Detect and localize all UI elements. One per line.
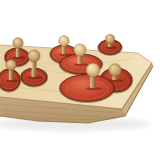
knob-ball[interactable] bbox=[59, 36, 70, 47]
knob-ball[interactable] bbox=[109, 64, 122, 77]
knob-ball[interactable] bbox=[105, 34, 115, 44]
knob-ball[interactable] bbox=[86, 63, 100, 77]
cylinder-board-photo bbox=[0, 0, 160, 160]
knob-ball[interactable] bbox=[6, 60, 17, 71]
knob-ball[interactable] bbox=[74, 44, 86, 56]
photo-canvas bbox=[0, 0, 160, 160]
knobbed-cylinder-back-right[interactable] bbox=[97, 34, 122, 56]
knob-ball[interactable] bbox=[13, 38, 24, 49]
knob-ball[interactable] bbox=[28, 50, 40, 62]
